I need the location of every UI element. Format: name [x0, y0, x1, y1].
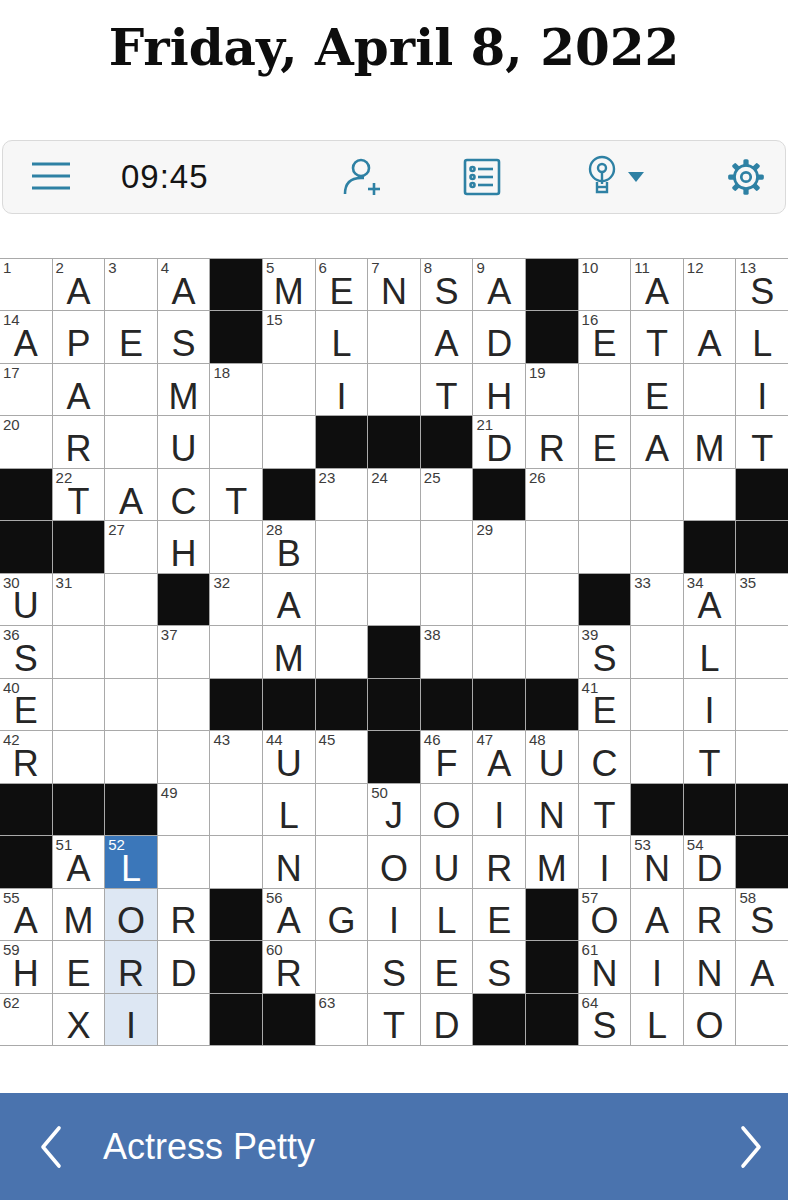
- cell-r6c7[interactable]: [316, 521, 368, 572]
- cell-r1c2[interactable]: 2A: [53, 259, 105, 310]
- cell-number: 9: [476, 259, 484, 278]
- cell-r3c6[interactable]: [263, 364, 315, 415]
- cell-r1c1[interactable]: 1: [0, 259, 52, 310]
- cell-letter: I: [757, 378, 767, 416]
- next-clue-button[interactable]: [738, 1124, 764, 1170]
- cell-r6c4[interactable]: H: [158, 521, 210, 572]
- cell-letter: I: [705, 692, 715, 730]
- cell-letter: A: [66, 850, 90, 888]
- cell-r1c4[interactable]: 4A: [158, 259, 210, 310]
- cell-letter: M: [537, 850, 567, 888]
- cell-r12c14[interactable]: 54D: [684, 836, 736, 887]
- cell-r14c12[interactable]: 61N: [579, 941, 631, 992]
- cell-letter: A: [645, 273, 669, 311]
- cell-r2c2[interactable]: P: [53, 311, 105, 362]
- black-cell-r6c14: [684, 521, 736, 572]
- cell-r3c8[interactable]: [368, 364, 420, 415]
- cell-r8c10[interactable]: [473, 626, 525, 677]
- prev-clue-button[interactable]: [38, 1124, 64, 1170]
- cell-letter: S: [750, 902, 774, 940]
- cell-r8c13[interactable]: [631, 626, 683, 677]
- cell-r15c7[interactable]: 63: [316, 994, 368, 1045]
- cell-r6c9[interactable]: [421, 521, 473, 572]
- cell-r9c14[interactable]: I: [684, 679, 736, 730]
- cell-r8c6[interactable]: M: [263, 626, 315, 677]
- cell-r1c6[interactable]: 5M: [263, 259, 315, 310]
- cell-r5c12[interactable]: [579, 469, 631, 520]
- cell-r14c13[interactable]: I: [631, 941, 683, 992]
- cell-r15c15[interactable]: [736, 994, 788, 1045]
- cell-r6c8[interactable]: [368, 521, 420, 572]
- cell-r2c4[interactable]: S: [158, 311, 210, 362]
- cell-r3c2[interactable]: A: [53, 364, 105, 415]
- cell-letter: R: [118, 955, 144, 993]
- cell-r4c14[interactable]: M: [684, 416, 736, 467]
- cell-r7c6[interactable]: A: [263, 574, 315, 625]
- cell-r12c11[interactable]: M: [526, 836, 578, 887]
- cell-r4c3[interactable]: [105, 416, 157, 467]
- cell-number: 23: [319, 469, 336, 488]
- cell-r5c8[interactable]: 24: [368, 469, 420, 520]
- cell-r9c2[interactable]: [53, 679, 105, 730]
- cell-r13c3[interactable]: O: [105, 889, 157, 940]
- cell-r7c15[interactable]: 35: [736, 574, 788, 625]
- cell-r3c13[interactable]: E: [631, 364, 683, 415]
- cell-r3c12[interactable]: [579, 364, 631, 415]
- cell-r14c8[interactable]: S: [368, 941, 420, 992]
- cell-r12c10[interactable]: R: [473, 836, 525, 887]
- dropdown-caret-icon: [628, 172, 644, 182]
- cell-letter: H: [171, 535, 197, 573]
- cell-r4c12[interactable]: E: [579, 416, 631, 467]
- cell-r15c2[interactable]: X: [53, 994, 105, 1045]
- current-clue: Actress Petty: [103, 1126, 315, 1168]
- cell-r9c3[interactable]: [105, 679, 157, 730]
- cell-number: 16: [582, 311, 599, 330]
- black-cell-r4c8: [368, 416, 420, 467]
- cell-letter: J: [385, 797, 403, 835]
- cell-r8c1[interactable]: 36S: [0, 626, 52, 677]
- cell-letter: D: [697, 850, 723, 888]
- cell-r8c15[interactable]: [736, 626, 788, 677]
- cell-r10c9[interactable]: 46F: [421, 731, 473, 782]
- cell-r13c13[interactable]: A: [631, 889, 683, 940]
- cell-r2c15[interactable]: L: [736, 311, 788, 362]
- cell-r10c5[interactable]: 43: [210, 731, 262, 782]
- cell-letter: L: [121, 850, 141, 888]
- cell-letter: H: [486, 378, 512, 416]
- cell-r12c3[interactable]: 52L: [105, 836, 157, 887]
- cell-r12c2[interactable]: 51A: [53, 836, 105, 887]
- cell-r1c14[interactable]: 12: [684, 259, 736, 310]
- cell-letter: F: [436, 745, 458, 783]
- cell-number: 56: [266, 889, 283, 908]
- cell-letter: G: [327, 902, 355, 940]
- menu-button[interactable]: [29, 160, 73, 194]
- cell-letter: I: [494, 797, 504, 835]
- cell-r7c14[interactable]: 34A: [684, 574, 736, 625]
- cell-r11c7[interactable]: [316, 784, 368, 835]
- cell-r1c15[interactable]: 13S: [736, 259, 788, 310]
- cell-letter: O: [590, 902, 618, 940]
- cell-letter: O: [117, 902, 145, 940]
- cell-r8c11[interactable]: [526, 626, 578, 677]
- cell-number: 15: [266, 311, 283, 330]
- settings-button[interactable]: [725, 156, 767, 198]
- cell-r14c1[interactable]: 59H: [0, 941, 52, 992]
- cell-number: 40: [3, 679, 20, 698]
- cell-r4c6[interactable]: [263, 416, 315, 467]
- cell-r2c7[interactable]: L: [316, 311, 368, 362]
- cell-letter: N: [276, 850, 302, 888]
- cell-r8c5[interactable]: [210, 626, 262, 677]
- cell-r12c9[interactable]: U: [421, 836, 473, 887]
- cell-letter: U: [171, 430, 197, 468]
- black-cell-r13c11: [526, 889, 578, 940]
- cell-r9c13[interactable]: [631, 679, 683, 730]
- cell-r3c3[interactable]: [105, 364, 157, 415]
- page-title: Friday, April 8, 2022: [0, 18, 788, 77]
- cell-letter: A: [172, 273, 196, 311]
- black-cell-r11c3: [105, 784, 157, 835]
- cell-number: 63: [319, 994, 336, 1013]
- cell-letter: H: [13, 955, 39, 993]
- cell-r2c10[interactable]: D: [473, 311, 525, 362]
- cell-r15c1[interactable]: 62: [0, 994, 52, 1045]
- cell-r7c10[interactable]: [473, 574, 525, 625]
- cell-r7c3[interactable]: [105, 574, 157, 625]
- cell-r13c6[interactable]: 56A: [263, 889, 315, 940]
- cell-letter: N: [539, 797, 565, 835]
- cell-r13c12[interactable]: 57O: [579, 889, 631, 940]
- cell-number: 13: [739, 259, 756, 278]
- cell-r2c6[interactable]: 15: [263, 311, 315, 362]
- cell-r10c7[interactable]: 45: [316, 731, 368, 782]
- cell-r2c13[interactable]: T: [631, 311, 683, 362]
- cell-r11c9[interactable]: O: [421, 784, 473, 835]
- cell-r6c12[interactable]: [579, 521, 631, 572]
- toolbar: 09:45: [2, 140, 786, 214]
- cell-number: 28: [266, 521, 283, 540]
- black-cell-r8c8: [368, 626, 420, 677]
- cell-r11c12[interactable]: T: [579, 784, 631, 835]
- cell-r15c4[interactable]: [158, 994, 210, 1045]
- cell-r1c9[interactable]: 8S: [421, 259, 473, 310]
- cell-letter: C: [591, 745, 617, 783]
- cell-number: 32: [213, 574, 230, 593]
- cell-letter: T: [383, 1007, 405, 1045]
- add-player-button[interactable]: [339, 156, 381, 198]
- cell-letter: E: [66, 955, 90, 993]
- cell-letter: T: [436, 378, 458, 416]
- cell-r10c6[interactable]: 44U: [263, 731, 315, 782]
- cell-r4c13[interactable]: A: [631, 416, 683, 467]
- cell-letter: X: [66, 1007, 90, 1045]
- cell-letter: R: [276, 955, 302, 993]
- cell-r5c13[interactable]: [631, 469, 683, 520]
- cell-r1c8[interactable]: 7N: [368, 259, 420, 310]
- cell-letter: S: [750, 273, 774, 311]
- black-cell-r5c6: [263, 469, 315, 520]
- cell-letter: R: [697, 902, 723, 940]
- cell-r15c13[interactable]: L: [631, 994, 683, 1045]
- cell-number: 46: [424, 731, 441, 750]
- cell-number: 35: [739, 574, 756, 593]
- cell-number: 45: [319, 731, 336, 750]
- cell-r9c1[interactable]: 40E: [0, 679, 52, 730]
- cell-r13c14[interactable]: R: [684, 889, 736, 940]
- cell-r5c9[interactable]: 25: [421, 469, 473, 520]
- cell-letter: P: [66, 325, 90, 363]
- cell-r6c11[interactable]: [526, 521, 578, 572]
- cell-r7c8[interactable]: [368, 574, 420, 625]
- cell-r11c4[interactable]: 49: [158, 784, 210, 835]
- cell-number: 25: [424, 469, 441, 488]
- cell-r3c9[interactable]: T: [421, 364, 473, 415]
- cell-letter: A: [277, 902, 301, 940]
- cell-letter: L: [331, 325, 351, 363]
- cell-r2c9[interactable]: A: [421, 311, 473, 362]
- cell-r10c13[interactable]: [631, 731, 683, 782]
- hint-button[interactable]: [586, 155, 644, 199]
- black-cell-r10c8: [368, 731, 420, 782]
- cell-r2c12[interactable]: 16E: [579, 311, 631, 362]
- cell-r3c5[interactable]: 18: [210, 364, 262, 415]
- cell-letter: E: [645, 378, 669, 416]
- cell-letter: E: [435, 955, 459, 993]
- cell-r3c15[interactable]: I: [736, 364, 788, 415]
- cell-number: 61: [582, 941, 599, 960]
- cell-number: 64: [582, 994, 599, 1013]
- cell-r15c14[interactable]: O: [684, 994, 736, 1045]
- cell-letter: A: [645, 430, 669, 468]
- cell-number: 42: [3, 731, 20, 750]
- cell-r7c5[interactable]: 32: [210, 574, 262, 625]
- cell-letter: O: [433, 797, 461, 835]
- cell-r8c4[interactable]: 37: [158, 626, 210, 677]
- cell-r13c15[interactable]: 58S: [736, 889, 788, 940]
- cell-r10c3[interactable]: [105, 731, 157, 782]
- cell-letter: E: [119, 325, 143, 363]
- cell-number: 48: [529, 731, 546, 750]
- cell-r3c7[interactable]: I: [316, 364, 368, 415]
- cell-letter: S: [382, 955, 406, 993]
- cell-number: 34: [687, 574, 704, 593]
- cell-letter: M: [274, 640, 304, 678]
- cell-r3c4[interactable]: M: [158, 364, 210, 415]
- cell-r6c13[interactable]: [631, 521, 683, 572]
- cell-r13c2[interactable]: M: [53, 889, 105, 940]
- cell-r7c13[interactable]: 33: [631, 574, 683, 625]
- cell-r8c12[interactable]: 39S: [579, 626, 631, 677]
- cell-r12c12[interactable]: I: [579, 836, 631, 887]
- cell-r14c3[interactable]: R: [105, 941, 157, 992]
- cell-r14c10[interactable]: S: [473, 941, 525, 992]
- cell-r2c8[interactable]: [368, 311, 420, 362]
- cell-r10c14[interactable]: T: [684, 731, 736, 782]
- cell-letter: I: [652, 955, 662, 993]
- cell-r14c14[interactable]: N: [684, 941, 736, 992]
- black-cell-r9c7: [316, 679, 368, 730]
- cell-letter: I: [389, 902, 399, 940]
- cell-letter: A: [487, 745, 511, 783]
- cell-r13c10[interactable]: E: [473, 889, 525, 940]
- cell-r1c3[interactable]: 3: [105, 259, 157, 310]
- cell-r4c5[interactable]: [210, 416, 262, 467]
- settings-gear-icon: [725, 156, 767, 198]
- cell-r4c10[interactable]: 21D: [473, 416, 525, 467]
- cell-r3c1[interactable]: 17: [0, 364, 52, 415]
- black-cell-r6c1: [0, 521, 52, 572]
- cell-letter: S: [592, 640, 616, 678]
- cell-r14c7[interactable]: [316, 941, 368, 992]
- cell-r15c8[interactable]: T: [368, 994, 420, 1045]
- cell-r13c4[interactable]: R: [158, 889, 210, 940]
- cell-r5c7[interactable]: 23: [316, 469, 368, 520]
- cell-r8c9[interactable]: 38: [421, 626, 473, 677]
- cell-r5c4[interactable]: C: [158, 469, 210, 520]
- cell-r10c4[interactable]: [158, 731, 210, 782]
- cell-r7c11[interactable]: [526, 574, 578, 625]
- cell-number: 59: [3, 941, 20, 960]
- cell-letter: D: [486, 430, 512, 468]
- cell-r3c14[interactable]: [684, 364, 736, 415]
- cell-r11c5[interactable]: [210, 784, 262, 835]
- cell-r3c10[interactable]: H: [473, 364, 525, 415]
- cell-r10c2[interactable]: [53, 731, 105, 782]
- cell-r1c7[interactable]: 6E: [316, 259, 368, 310]
- cell-number: 37: [161, 626, 178, 645]
- cell-r8c3[interactable]: [105, 626, 157, 677]
- cell-letter: O: [696, 1007, 724, 1045]
- cell-r1c13[interactable]: 11A: [631, 259, 683, 310]
- cell-r11c10[interactable]: I: [473, 784, 525, 835]
- cell-r12c4[interactable]: [158, 836, 210, 887]
- cell-r3c11[interactable]: 19: [526, 364, 578, 415]
- cell-r14c15[interactable]: A: [736, 941, 788, 992]
- cell-r13c7[interactable]: G: [316, 889, 368, 940]
- menu-icon: [29, 160, 73, 194]
- cell-r5c11[interactable]: 26: [526, 469, 578, 520]
- cell-r15c12[interactable]: 64S: [579, 994, 631, 1045]
- black-cell-r9c6: [263, 679, 315, 730]
- cell-r9c12[interactable]: 41E: [579, 679, 631, 730]
- cell-r2c1[interactable]: 14A: [0, 311, 52, 362]
- cell-r12c6[interactable]: N: [263, 836, 315, 887]
- chevron-right-icon: [738, 1124, 764, 1170]
- cell-letter: T: [699, 745, 721, 783]
- cell-number: 27: [108, 521, 125, 540]
- cell-r8c14[interactable]: L: [684, 626, 736, 677]
- cell-r4c4[interactable]: U: [158, 416, 210, 467]
- cell-r9c15[interactable]: [736, 679, 788, 730]
- cell-r7c7[interactable]: [316, 574, 368, 625]
- cell-r4c1[interactable]: 20: [0, 416, 52, 467]
- cell-r10c15[interactable]: [736, 731, 788, 782]
- cell-r15c9[interactable]: D: [421, 994, 473, 1045]
- cell-number: 3: [108, 259, 116, 278]
- cell-r10c11[interactable]: 48U: [526, 731, 578, 782]
- cell-number: 17: [3, 364, 20, 383]
- cell-r4c15[interactable]: T: [736, 416, 788, 467]
- cell-r13c9[interactable]: L: [421, 889, 473, 940]
- cell-r12c5[interactable]: [210, 836, 262, 887]
- cell-letter: U: [276, 745, 302, 783]
- cell-r6c10[interactable]: 29: [473, 521, 525, 572]
- cell-r14c2[interactable]: E: [53, 941, 105, 992]
- cell-r12c8[interactable]: O: [368, 836, 420, 887]
- cell-r9c4[interactable]: [158, 679, 210, 730]
- cell-letter: S: [435, 273, 459, 311]
- cell-r14c4[interactable]: D: [158, 941, 210, 992]
- cell-number: 54: [687, 836, 704, 855]
- cell-r12c7[interactable]: [316, 836, 368, 887]
- cell-r1c12[interactable]: 10: [579, 259, 631, 310]
- cell-r10c1[interactable]: 42R: [0, 731, 52, 782]
- cell-letter: C: [171, 483, 197, 521]
- cell-letter: A: [14, 325, 38, 363]
- cell-r11c11[interactable]: N: [526, 784, 578, 835]
- cell-r6c6[interactable]: 28B: [263, 521, 315, 572]
- cell-r2c14[interactable]: A: [684, 311, 736, 362]
- cell-r7c2[interactable]: 31: [53, 574, 105, 625]
- cell-r12c13[interactable]: 53N: [631, 836, 683, 887]
- cell-r7c1[interactable]: 30U: [0, 574, 52, 625]
- cell-letter: A: [14, 902, 38, 940]
- cell-r13c1[interactable]: 55A: [0, 889, 52, 940]
- cell-r7c9[interactable]: [421, 574, 473, 625]
- cell-letter: L: [437, 902, 457, 940]
- timer[interactable]: 09:45: [121, 158, 209, 196]
- cell-r5c14[interactable]: [684, 469, 736, 520]
- cell-number: 41: [582, 679, 599, 698]
- cell-number: 43: [213, 731, 230, 750]
- cell-letter: E: [592, 430, 616, 468]
- cell-r5c5[interactable]: T: [210, 469, 262, 520]
- cell-r6c5[interactable]: [210, 521, 262, 572]
- cell-r1c10[interactable]: 9A: [473, 259, 525, 310]
- cell-r5c3[interactable]: A: [105, 469, 157, 520]
- black-cell-r1c11: [526, 259, 578, 310]
- cell-number: 31: [56, 574, 73, 593]
- clue-list-button[interactable]: [461, 156, 503, 198]
- cell-r14c9[interactable]: E: [421, 941, 473, 992]
- black-cell-r7c12: [579, 574, 631, 625]
- cell-number: 55: [3, 889, 20, 908]
- cell-r13c8[interactable]: I: [368, 889, 420, 940]
- cell-r6c3[interactable]: 27: [105, 521, 157, 572]
- cell-r8c2[interactable]: [53, 626, 105, 677]
- cell-r4c11[interactable]: R: [526, 416, 578, 467]
- cell-r15c3[interactable]: I: [105, 994, 157, 1045]
- cell-number: 50: [371, 784, 388, 803]
- cell-r10c12[interactable]: C: [579, 731, 631, 782]
- cell-r10c10[interactable]: 47A: [473, 731, 525, 782]
- cell-letter: M: [274, 273, 304, 311]
- cell-number: 33: [634, 574, 651, 593]
- cell-letter: A: [435, 325, 459, 363]
- cell-r11c6[interactable]: L: [263, 784, 315, 835]
- cell-r4c2[interactable]: R: [53, 416, 105, 467]
- cell-letter: I: [336, 378, 346, 416]
- cell-r14c6[interactable]: 60R: [263, 941, 315, 992]
- cell-r5c2[interactable]: 22T: [53, 469, 105, 520]
- cell-letter: E: [592, 692, 616, 730]
- cell-letter: M: [169, 378, 199, 416]
- cell-r2c3[interactable]: E: [105, 311, 157, 362]
- cell-r11c8[interactable]: 50J: [368, 784, 420, 835]
- cell-r8c7[interactable]: [316, 626, 368, 677]
